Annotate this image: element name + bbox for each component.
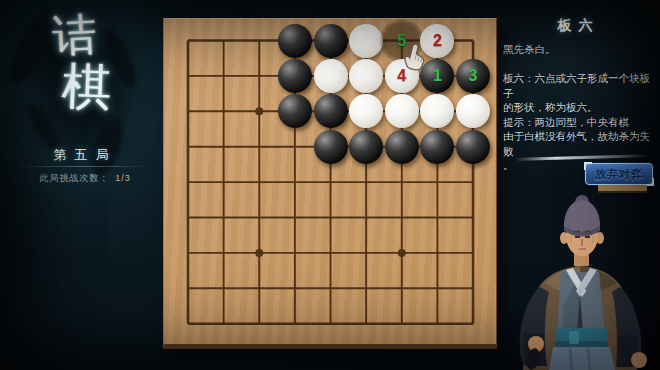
attempts-counter: 此局挑战次数：1/3: [0, 172, 163, 185]
info-line: 板六：六点或六子形成一个块板子: [503, 71, 655, 100]
white-stone: 2: [420, 24, 454, 58]
black-stone: [385, 130, 419, 164]
info-panel: 板六 黑先杀白。板六：六点或六子形成一个块板子的形状，称为板六。提示：两边同型，…: [497, 0, 660, 370]
white-stone: 4: [385, 59, 419, 93]
pending-move-marker[interactable]: 5: [380, 19, 424, 63]
black-stone: [278, 94, 312, 128]
black-stone: 3: [456, 59, 490, 93]
character-illustration: [500, 193, 660, 370]
white-stone: [385, 94, 419, 128]
move-number-label: 5: [380, 19, 424, 63]
black-stone: [278, 24, 312, 58]
black-stone: [278, 59, 312, 93]
black-stone: [420, 130, 454, 164]
black-stone: [349, 130, 383, 164]
move-number-label: 3: [456, 59, 490, 93]
divider: [18, 166, 150, 167]
round-label: 第五局: [0, 146, 163, 164]
white-stone: [349, 59, 383, 93]
move-number-label: 4: [385, 59, 419, 93]
info-line: 提示：两边同型，中央有棋: [503, 115, 655, 130]
white-stone: [314, 59, 348, 93]
background-shelf: [598, 185, 647, 193]
black-stone: [314, 24, 348, 58]
move-number-label: 2: [420, 24, 454, 58]
black-stone: [314, 94, 348, 128]
puzzle-title: 板六: [497, 17, 660, 35]
info-line: [503, 57, 655, 72]
title-char-2: 棋: [9, 59, 163, 114]
white-stone: [349, 24, 383, 58]
move-number-label: 1: [420, 59, 454, 93]
info-line: 的形状，称为板六。: [503, 100, 655, 115]
black-stone: [456, 130, 490, 164]
black-stone: 1: [420, 59, 454, 93]
game-title-calligraphy: 诘 棋: [0, 0, 163, 112]
game-screen: 诘 棋 第五局 此局挑战次数：1/3 52413 板六 黑先杀白。板六：六点或六…: [0, 0, 660, 370]
black-stone: [314, 130, 348, 164]
title-char-1: 诘: [0, 9, 163, 62]
attempts-label: 此局挑战次数：: [39, 173, 109, 183]
give-up-button[interactable]: 放弃对弈: [585, 163, 653, 185]
attempts-value: 1/3: [115, 173, 131, 183]
info-line: 黑先杀白。: [503, 42, 655, 57]
sidebar: 诘 棋 第五局 此局挑战次数：1/3: [0, 0, 163, 370]
go-board[interactable]: 52413: [163, 18, 497, 349]
puzzle-description: 黑先杀白。板六：六点或六子形成一个块板子的形状，称为板六。提示：两边同型，中央有…: [503, 42, 655, 173]
